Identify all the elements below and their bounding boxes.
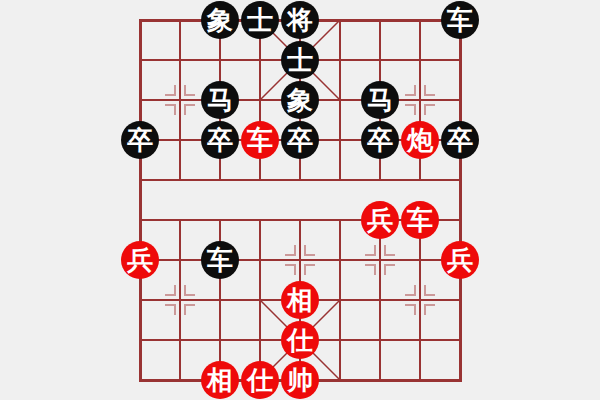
- piece-black-soldier[interactable]: 卒: [281, 121, 319, 159]
- piece-red-general[interactable]: 帅: [281, 361, 319, 399]
- board-point: 相: [280, 280, 320, 320]
- board-point: 士: [280, 40, 320, 80]
- board-point: 帅: [280, 360, 320, 400]
- board-point: 车: [200, 240, 240, 280]
- piece-black-chariot[interactable]: 车: [441, 1, 479, 39]
- piece-black-elephant[interactable]: 象: [281, 81, 319, 119]
- piece-red-soldier[interactable]: 兵: [361, 201, 399, 239]
- board-point: 象: [200, 0, 240, 40]
- point-marker: [160, 280, 200, 320]
- point-marker: [160, 80, 200, 120]
- board-point: 卒: [280, 120, 320, 160]
- board-point: 兵: [120, 240, 160, 280]
- piece-red-chariot[interactable]: 车: [241, 121, 279, 159]
- board-point: 马: [360, 80, 400, 120]
- board-point: 卒: [200, 120, 240, 160]
- piece-black-elephant[interactable]: 象: [201, 1, 239, 39]
- board-point: 士: [240, 0, 280, 40]
- piece-black-soldier[interactable]: 卒: [361, 121, 399, 159]
- piece-black-soldier[interactable]: 卒: [201, 121, 239, 159]
- board-point: 仕: [280, 320, 320, 360]
- piece-black-horse[interactable]: 马: [201, 81, 239, 119]
- board-point: 炮: [400, 120, 440, 160]
- piece-red-elephant[interactable]: 相: [201, 361, 239, 399]
- board-point: 卒: [440, 120, 480, 160]
- piece-red-cannon[interactable]: 炮: [401, 121, 439, 159]
- point-marker: [400, 80, 440, 120]
- board-point: 兵: [440, 240, 480, 280]
- piece-red-advisor[interactable]: 仕: [241, 361, 279, 399]
- piece-black-horse[interactable]: 马: [361, 81, 399, 119]
- board-point: 车: [400, 200, 440, 240]
- point-marker: [280, 240, 320, 280]
- piece-black-soldier[interactable]: 卒: [121, 121, 159, 159]
- piece-red-soldier[interactable]: 兵: [121, 241, 159, 279]
- piece-black-chariot[interactable]: 车: [201, 241, 239, 279]
- board-point: 马: [200, 80, 240, 120]
- piece-red-advisor[interactable]: 仕: [281, 321, 319, 359]
- point-marker: [360, 240, 400, 280]
- piece-black-soldier[interactable]: 卒: [441, 121, 479, 159]
- piece-red-elephant[interactable]: 相: [281, 281, 319, 319]
- point-marker: [400, 280, 440, 320]
- board-point: 卒: [120, 120, 160, 160]
- board-point: 将: [280, 0, 320, 40]
- board-point: 车: [440, 0, 480, 40]
- board-point: 卒: [360, 120, 400, 160]
- board-point: 车: [240, 120, 280, 160]
- board-point: 相: [200, 360, 240, 400]
- piece-black-advisor[interactable]: 士: [241, 1, 279, 39]
- piece-red-chariot[interactable]: 车: [401, 201, 439, 239]
- board-point: 仕: [240, 360, 280, 400]
- board-point: 兵: [360, 200, 400, 240]
- board-point: 象: [280, 80, 320, 120]
- piece-red-soldier[interactable]: 兵: [441, 241, 479, 279]
- piece-black-general[interactable]: 将: [281, 1, 319, 39]
- board-intersections: 象士将车士马象马卒卒车卒卒炮卒兵车兵车兵相仕相仕帅: [120, 0, 480, 400]
- xiangqi-board: 象士将车士马象马卒卒车卒卒炮卒兵车兵车兵相仕相仕帅: [0, 0, 600, 400]
- piece-black-advisor[interactable]: 士: [281, 41, 319, 79]
